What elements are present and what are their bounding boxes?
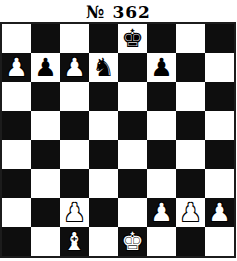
white-pawn-g2: ♟ (179, 200, 201, 225)
square-b2 (31, 198, 60, 227)
square-f8 (147, 24, 176, 53)
square-f7: ♟ (147, 53, 176, 82)
white-pawn-c2: ♟ (63, 200, 85, 225)
square-b7: ♟ (31, 53, 60, 82)
square-c7: ♟ (60, 53, 89, 82)
square-a4 (2, 140, 31, 169)
square-a5 (2, 111, 31, 140)
square-a3 (2, 169, 31, 198)
square-d3 (89, 169, 118, 198)
square-g3 (176, 169, 205, 198)
square-g1 (176, 227, 205, 256)
square-f1 (147, 227, 176, 256)
square-h4 (205, 140, 234, 169)
square-e8: ♚ (118, 24, 147, 53)
square-a8 (2, 24, 31, 53)
square-f6 (147, 82, 176, 111)
square-d4 (89, 140, 118, 169)
square-g5 (176, 111, 205, 140)
black-knight-d7: ♞ (92, 55, 114, 80)
square-e5 (118, 111, 147, 140)
white-bishop-c1: ♝ (63, 229, 85, 254)
square-b5 (31, 111, 60, 140)
square-h8 (205, 24, 234, 53)
puzzle-number-title: № 362 (0, 0, 237, 22)
square-e2 (118, 198, 147, 227)
white-pawn-h2: ♟ (208, 200, 230, 225)
square-a1 (2, 227, 31, 256)
square-h1 (205, 227, 234, 256)
square-g4 (176, 140, 205, 169)
square-c3 (60, 169, 89, 198)
square-e7 (118, 53, 147, 82)
square-h5 (205, 111, 234, 140)
white-pawn-c7: ♟ (63, 55, 85, 80)
square-g7 (176, 53, 205, 82)
square-e3 (118, 169, 147, 198)
square-h2: ♟ (205, 198, 234, 227)
square-c2: ♟ (60, 198, 89, 227)
white-pawn-f2: ♟ (150, 200, 172, 225)
square-a7: ♟ (2, 53, 31, 82)
square-c1: ♝ (60, 227, 89, 256)
square-d2 (89, 198, 118, 227)
square-d6 (89, 82, 118, 111)
square-c6 (60, 82, 89, 111)
square-b1 (31, 227, 60, 256)
chess-puzzle-diagram: № 362 ♚♟♟♟♞♟♟♟♟♟♝♚ (0, 0, 237, 258)
square-e1: ♚ (118, 227, 147, 256)
black-pawn-f7: ♟ (150, 55, 172, 80)
square-e6 (118, 82, 147, 111)
square-d5 (89, 111, 118, 140)
black-king-e8: ♚ (121, 26, 143, 51)
square-f3 (147, 169, 176, 198)
square-d8 (89, 24, 118, 53)
square-g8 (176, 24, 205, 53)
square-g2: ♟ (176, 198, 205, 227)
square-e4 (118, 140, 147, 169)
square-h3 (205, 169, 234, 198)
square-b4 (31, 140, 60, 169)
square-f5 (147, 111, 176, 140)
white-pawn-a7: ♟ (5, 55, 27, 80)
square-c8 (60, 24, 89, 53)
white-king-e1: ♚ (121, 229, 143, 254)
black-pawn-b7: ♟ (34, 55, 56, 80)
square-f2: ♟ (147, 198, 176, 227)
square-b3 (31, 169, 60, 198)
chess-board: ♚♟♟♟♞♟♟♟♟♟♝♚ (0, 22, 236, 258)
square-h7 (205, 53, 234, 82)
square-d1 (89, 227, 118, 256)
square-b6 (31, 82, 60, 111)
square-g6 (176, 82, 205, 111)
square-d7: ♞ (89, 53, 118, 82)
square-a2 (2, 198, 31, 227)
square-a6 (2, 82, 31, 111)
square-h6 (205, 82, 234, 111)
square-c4 (60, 140, 89, 169)
square-f4 (147, 140, 176, 169)
square-b8 (31, 24, 60, 53)
square-c5 (60, 111, 89, 140)
